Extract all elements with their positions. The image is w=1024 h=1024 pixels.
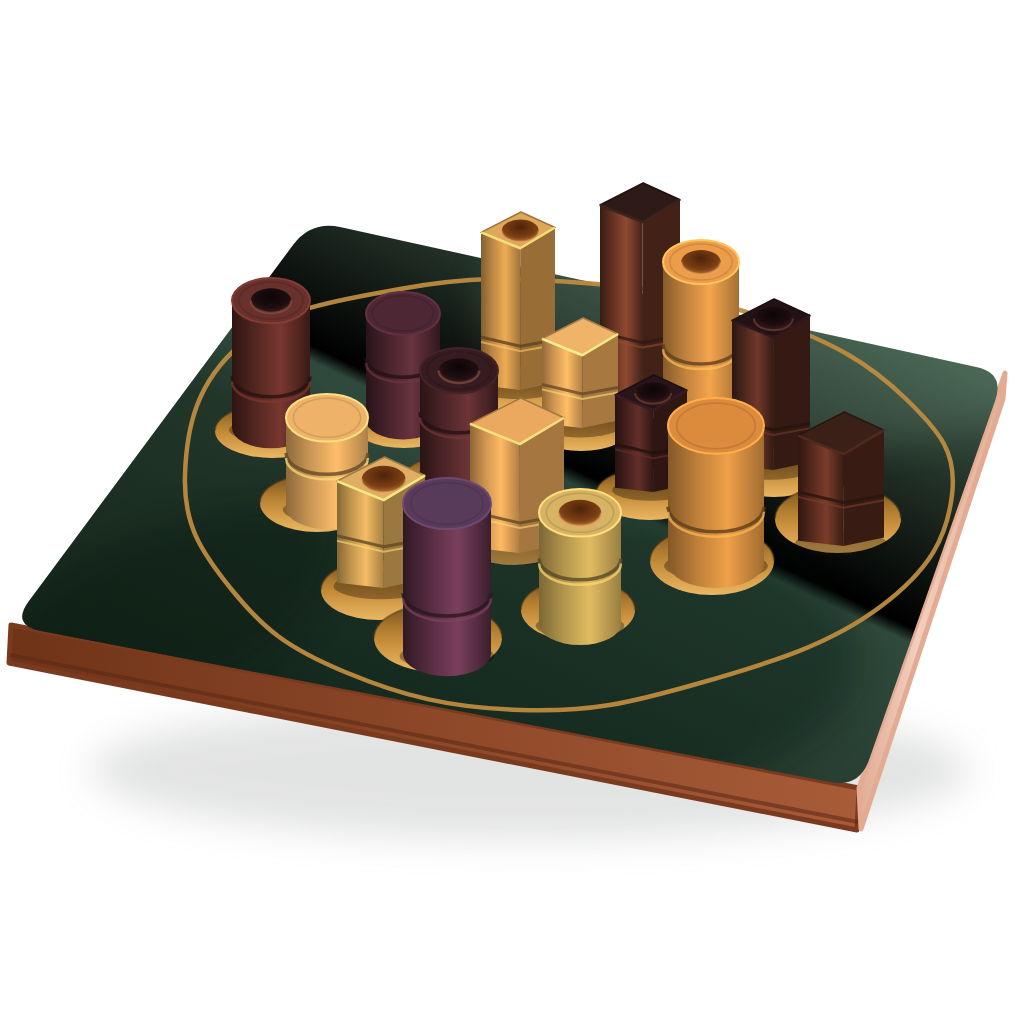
quarto-product-photo: tall light square hollow (TLQH) at r1c1t… bbox=[0, 0, 1024, 1024]
